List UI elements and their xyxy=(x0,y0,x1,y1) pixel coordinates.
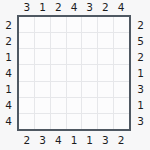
clue-top-7: 4 xyxy=(113,0,129,15)
cell-r4c2[interactable] xyxy=(35,65,50,80)
clue-top-1: 3 xyxy=(19,0,35,15)
cell-r3c2[interactable] xyxy=(35,49,50,64)
cell-r6c3[interactable] xyxy=(51,98,66,113)
left-clues: 2214144 xyxy=(0,15,17,131)
top-clues: 3124324 xyxy=(17,0,131,15)
clue-right-4: 1 xyxy=(131,65,150,81)
cell-r3c4[interactable] xyxy=(67,49,82,64)
clue-bottom-6: 3 xyxy=(98,131,114,150)
cell-r2c5[interactable] xyxy=(82,33,97,48)
cell-r1c6[interactable] xyxy=(98,17,113,32)
clue-right-2: 5 xyxy=(131,33,150,49)
bottom-clues: 2341132 xyxy=(17,131,131,150)
cell-r6c4[interactable] xyxy=(67,98,82,113)
cell-r4c7[interactable] xyxy=(114,65,129,80)
clue-left-1: 2 xyxy=(0,17,17,33)
cell-r3c5[interactable] xyxy=(82,49,97,64)
corner-top-right xyxy=(131,0,150,15)
cell-r4c4[interactable] xyxy=(67,65,82,80)
clue-right-6: 1 xyxy=(131,97,150,113)
clue-right-5: 3 xyxy=(131,81,150,97)
clue-top-2: 1 xyxy=(35,0,51,15)
cell-r2c6[interactable] xyxy=(98,33,113,48)
clue-top-3: 2 xyxy=(50,0,66,15)
cell-r7c4[interactable] xyxy=(67,114,82,129)
cell-r7c1[interactable] xyxy=(19,114,34,129)
cell-r1c1[interactable] xyxy=(19,17,34,32)
clue-top-5: 3 xyxy=(82,0,98,15)
cell-r7c2[interactable] xyxy=(35,114,50,129)
cell-r4c6[interactable] xyxy=(98,65,113,80)
cell-r6c5[interactable] xyxy=(82,98,97,113)
cell-r6c6[interactable] xyxy=(98,98,113,113)
clue-left-4: 4 xyxy=(0,65,17,81)
cell-r5c2[interactable] xyxy=(35,82,50,97)
cell-r3c3[interactable] xyxy=(51,49,66,64)
cell-r7c5[interactable] xyxy=(82,114,97,129)
clue-top-6: 2 xyxy=(98,0,114,15)
cell-r5c5[interactable] xyxy=(82,82,97,97)
cell-r3c6[interactable] xyxy=(98,49,113,64)
cell-r7c6[interactable] xyxy=(98,114,113,129)
cell-r1c2[interactable] xyxy=(35,17,50,32)
cell-r2c4[interactable] xyxy=(67,33,82,48)
corner-bottom-left xyxy=(0,131,17,150)
clue-left-7: 4 xyxy=(0,113,17,129)
cell-r4c3[interactable] xyxy=(51,65,66,80)
clue-bottom-7: 2 xyxy=(113,131,129,150)
clue-right-3: 2 xyxy=(131,49,150,65)
cell-r1c5[interactable] xyxy=(82,17,97,32)
cell-r1c7[interactable] xyxy=(114,17,129,32)
cell-r6c1[interactable] xyxy=(19,98,34,113)
cell-r7c7[interactable] xyxy=(114,114,129,129)
cell-r4c5[interactable] xyxy=(82,65,97,80)
cell-r2c1[interactable] xyxy=(19,33,34,48)
corner-bottom-right xyxy=(131,131,150,150)
cell-r4c1[interactable] xyxy=(19,65,34,80)
cell-r5c4[interactable] xyxy=(67,82,82,97)
right-clues: 2521313 xyxy=(131,15,150,131)
cell-r2c3[interactable] xyxy=(51,33,66,48)
corner-top-left xyxy=(0,0,17,15)
cell-r3c1[interactable] xyxy=(19,49,34,64)
cell-r7c3[interactable] xyxy=(51,114,66,129)
clue-bottom-1: 2 xyxy=(19,131,35,150)
clue-bottom-2: 3 xyxy=(35,131,51,150)
clue-bottom-3: 4 xyxy=(50,131,66,150)
board xyxy=(17,15,131,131)
clue-right-7: 3 xyxy=(131,113,150,129)
cell-r6c7[interactable] xyxy=(114,98,129,113)
cell-r5c3[interactable] xyxy=(51,82,66,97)
cell-r1c4[interactable] xyxy=(67,17,82,32)
clue-left-5: 1 xyxy=(0,81,17,97)
clue-left-6: 4 xyxy=(0,97,17,113)
clue-left-2: 2 xyxy=(0,33,17,49)
clue-bottom-4: 1 xyxy=(66,131,82,150)
clue-left-3: 1 xyxy=(0,49,17,65)
clue-top-4: 4 xyxy=(66,0,82,15)
skyscrapers-puzzle: 3124324 2214144 2521313 2341132 xyxy=(0,0,150,150)
cell-r5c1[interactable] xyxy=(19,82,34,97)
cell-r3c7[interactable] xyxy=(114,49,129,64)
cell-r2c2[interactable] xyxy=(35,33,50,48)
clue-right-1: 2 xyxy=(131,17,150,33)
clue-bottom-5: 1 xyxy=(82,131,98,150)
cell-r5c6[interactable] xyxy=(98,82,113,97)
cell-r6c2[interactable] xyxy=(35,98,50,113)
cell-r5c7[interactable] xyxy=(114,82,129,97)
cell-r1c3[interactable] xyxy=(51,17,66,32)
cell-r2c7[interactable] xyxy=(114,33,129,48)
